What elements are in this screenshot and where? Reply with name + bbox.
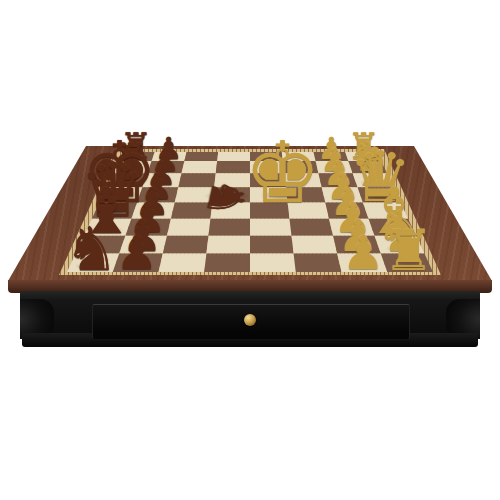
black-pawn-a7: ♟ (116, 230, 158, 277)
square-h6 (184, 152, 219, 162)
square-a4 (250, 253, 297, 273)
black-knight-a8: ♞ (64, 219, 118, 280)
square-a5 (204, 253, 251, 273)
white-rook-a1: ♜ (383, 222, 434, 279)
square-g6 (181, 160, 218, 174)
square-b4 (250, 235, 295, 254)
chess-set-product-photo: ♜♟♟♜♜♟♟♞♝♟♟♝♚♟♞♚♟♛♛♟♟♝♟♟♝♟♟♞♞♟♟♜ (0, 0, 500, 500)
square-a6 (158, 253, 207, 273)
square-b3 (291, 235, 338, 254)
square-a3 (293, 253, 342, 273)
drawer-knob (244, 314, 256, 326)
square-b5 (206, 235, 251, 254)
square-b6 (162, 235, 209, 254)
white-pawn-a2: ♟ (342, 230, 384, 277)
white-king-e4: ♚ (244, 130, 320, 215)
square-c6 (166, 218, 211, 237)
